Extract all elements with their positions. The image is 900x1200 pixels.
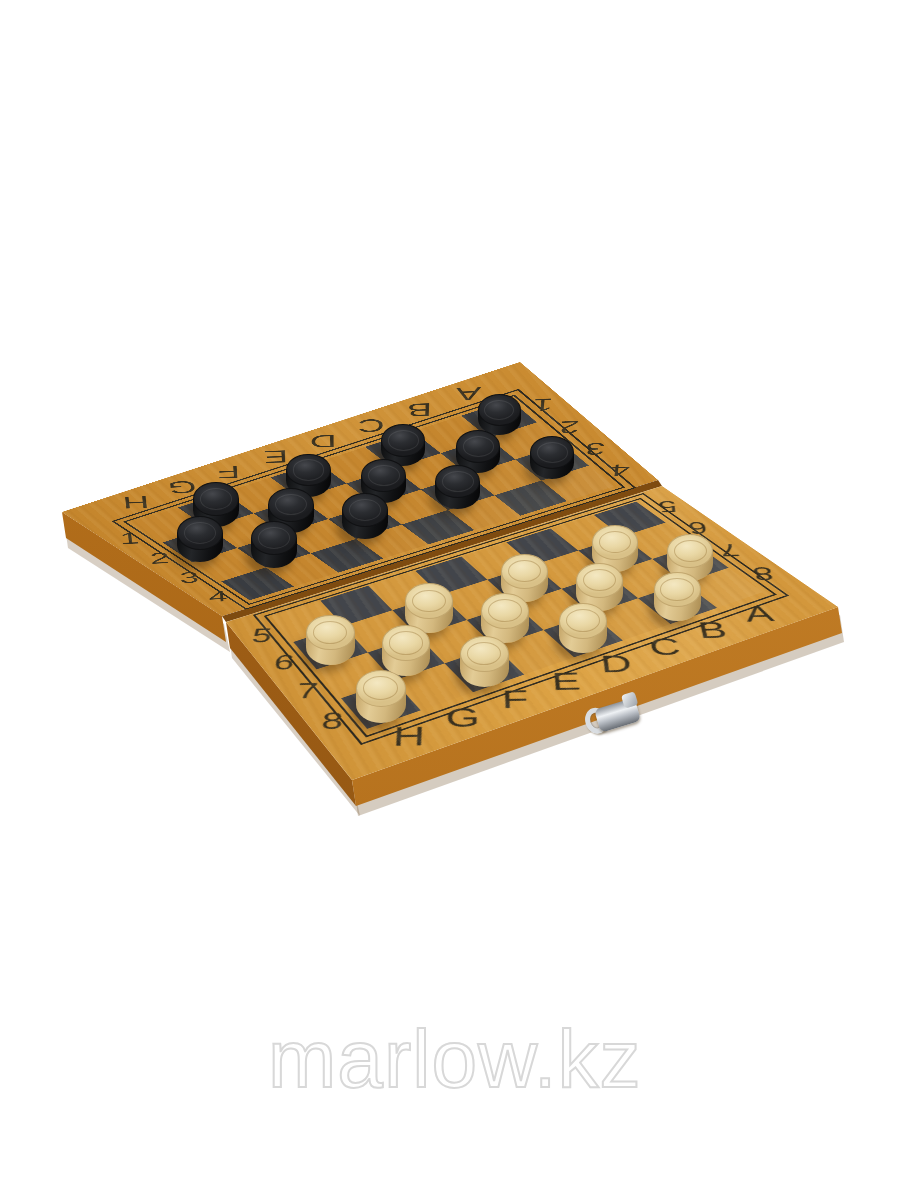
- rank-label: 8: [737, 559, 790, 589]
- file-label: A: [726, 597, 793, 630]
- file-label: A: [440, 380, 498, 408]
- rank-label: 4: [196, 584, 240, 609]
- rank-label: 4: [597, 456, 643, 483]
- file-label: H: [377, 717, 440, 757]
- rank-label: 8: [306, 702, 358, 739]
- product-photo-stage: { "game": "checkers", "scene": "wooden f…: [0, 0, 900, 1200]
- watermark-text: marlow.kz: [268, 1012, 642, 1106]
